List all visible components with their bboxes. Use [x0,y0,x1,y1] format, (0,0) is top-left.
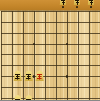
shogi-board[interactable] [0,10,100,101]
board-grid-lines [1,11,100,100]
kanji-glyph [37,74,43,80]
hand-piece-1[interactable] [73,0,80,5]
hand-piece-0[interactable] [59,0,66,5]
gote-captured-pieces-tray [0,0,100,10]
kanji-glyph [15,99,21,100]
kanji-glyph [61,0,66,4]
hand-piece-count-mark [62,6,64,8]
kanji-glyph [89,0,94,4]
kanji-glyph [15,74,21,80]
hand-piece-count-mark [90,6,92,8]
hand-piece-count-mark [76,6,78,8]
kanji-glyph [26,99,32,100]
kanji-glyph [26,74,32,80]
kanji-glyph [75,0,80,4]
hand-piece-2[interactable] [87,0,94,5]
shogi-app-screen [0,0,100,100]
